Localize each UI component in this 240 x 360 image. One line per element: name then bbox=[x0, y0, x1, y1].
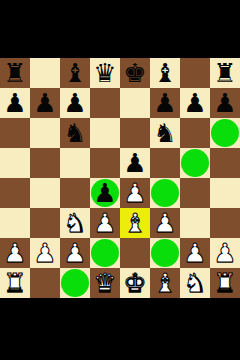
square-c7[interactable]: ♟ bbox=[60, 88, 90, 118]
square-d2[interactable] bbox=[90, 238, 120, 268]
black-knight[interactable]: ♞ bbox=[153, 118, 176, 148]
square-a3[interactable] bbox=[0, 208, 30, 238]
white-pawn[interactable]: ♟ bbox=[33, 238, 56, 268]
square-e7[interactable] bbox=[120, 88, 150, 118]
white-pawn[interactable]: ♟ bbox=[93, 208, 116, 238]
white-pawn[interactable]: ♟ bbox=[213, 238, 236, 268]
square-c5[interactable] bbox=[60, 148, 90, 178]
square-b8[interactable] bbox=[30, 58, 60, 88]
white-pawn[interactable]: ♟ bbox=[63, 238, 86, 268]
square-d3[interactable]: ♟ bbox=[90, 208, 120, 238]
black-pawn[interactable]: ♟ bbox=[153, 88, 176, 118]
square-f5[interactable] bbox=[150, 148, 180, 178]
square-h5[interactable] bbox=[210, 148, 240, 178]
square-g1[interactable]: ♞ bbox=[180, 268, 210, 298]
black-bishop[interactable]: ♝ bbox=[153, 58, 176, 88]
white-king[interactable]: ♚ bbox=[123, 268, 146, 298]
square-e2[interactable] bbox=[120, 238, 150, 268]
chess-app-screen: ♜♝♛♚♝♜♟♟♟♟♟♟♞♞♟♟♟♞♟♝♟♟♟♟♟♟♜♛♚♝♞♜ bbox=[0, 0, 240, 360]
square-a4[interactable] bbox=[0, 178, 30, 208]
square-b2[interactable]: ♟ bbox=[30, 238, 60, 268]
black-pawn[interactable]: ♟ bbox=[33, 88, 56, 118]
legal-move-indicator-c1[interactable] bbox=[61, 269, 89, 297]
black-bishop[interactable]: ♝ bbox=[63, 58, 86, 88]
legal-move-indicator-f2[interactable] bbox=[151, 239, 179, 267]
square-h1[interactable]: ♜ bbox=[210, 268, 240, 298]
black-pawn[interactable]: ♟ bbox=[123, 148, 146, 178]
white-bishop[interactable]: ♝ bbox=[153, 268, 176, 298]
white-queen[interactable]: ♛ bbox=[93, 268, 116, 298]
legal-move-indicator-d2[interactable] bbox=[91, 239, 119, 267]
square-g8[interactable] bbox=[180, 58, 210, 88]
legal-move-indicator-f4[interactable] bbox=[151, 179, 179, 207]
square-d4[interactable]: ♟ bbox=[90, 178, 120, 208]
square-d7[interactable] bbox=[90, 88, 120, 118]
square-b1[interactable] bbox=[30, 268, 60, 298]
black-pawn[interactable]: ♟ bbox=[3, 88, 26, 118]
square-c4[interactable] bbox=[60, 178, 90, 208]
square-c2[interactable]: ♟ bbox=[60, 238, 90, 268]
square-b6[interactable] bbox=[30, 118, 60, 148]
square-f8[interactable]: ♝ bbox=[150, 58, 180, 88]
white-knight[interactable]: ♞ bbox=[63, 208, 86, 238]
white-pawn[interactable]: ♟ bbox=[123, 178, 146, 208]
white-knight[interactable]: ♞ bbox=[183, 268, 206, 298]
white-rook[interactable]: ♜ bbox=[213, 268, 236, 298]
square-h7[interactable]: ♟ bbox=[210, 88, 240, 118]
square-e6[interactable] bbox=[120, 118, 150, 148]
legal-move-indicator-g5[interactable] bbox=[181, 149, 209, 177]
square-b4[interactable] bbox=[30, 178, 60, 208]
square-h6[interactable] bbox=[210, 118, 240, 148]
black-pawn[interactable]: ♟ bbox=[63, 88, 86, 118]
square-c3[interactable]: ♞ bbox=[60, 208, 90, 238]
square-a6[interactable] bbox=[0, 118, 30, 148]
square-b7[interactable]: ♟ bbox=[30, 88, 60, 118]
chess-board: ♜♝♛♚♝♜♟♟♟♟♟♟♞♞♟♟♟♞♟♝♟♟♟♟♟♟♜♛♚♝♞♜ bbox=[0, 58, 240, 298]
square-b3[interactable] bbox=[30, 208, 60, 238]
white-pawn[interactable]: ♟ bbox=[3, 238, 26, 268]
square-d6[interactable] bbox=[90, 118, 120, 148]
square-d8[interactable]: ♛ bbox=[90, 58, 120, 88]
square-f7[interactable]: ♟ bbox=[150, 88, 180, 118]
square-e4[interactable]: ♟ bbox=[120, 178, 150, 208]
square-c1[interactable] bbox=[60, 268, 90, 298]
white-pawn[interactable]: ♟ bbox=[183, 238, 206, 268]
square-d5[interactable] bbox=[90, 148, 120, 178]
black-pawn[interactable]: ♟ bbox=[213, 88, 236, 118]
white-pawn[interactable]: ♟ bbox=[153, 208, 176, 238]
black-rook[interactable]: ♜ bbox=[213, 58, 236, 88]
square-a5[interactable] bbox=[0, 148, 30, 178]
square-e3[interactable]: ♝ bbox=[120, 208, 150, 238]
square-g3[interactable] bbox=[180, 208, 210, 238]
square-h4[interactable] bbox=[210, 178, 240, 208]
white-bishop[interactable]: ♝ bbox=[123, 208, 146, 238]
square-d1[interactable]: ♛ bbox=[90, 268, 120, 298]
square-b5[interactable] bbox=[30, 148, 60, 178]
square-h8[interactable]: ♜ bbox=[210, 58, 240, 88]
black-pawn[interactable]: ♟ bbox=[93, 178, 116, 208]
top-black-bar bbox=[0, 0, 240, 58]
square-h3[interactable] bbox=[210, 208, 240, 238]
square-f1[interactable]: ♝ bbox=[150, 268, 180, 298]
square-e1[interactable]: ♚ bbox=[120, 268, 150, 298]
square-g2[interactable]: ♟ bbox=[180, 238, 210, 268]
square-f6[interactable]: ♞ bbox=[150, 118, 180, 148]
square-f3[interactable]: ♟ bbox=[150, 208, 180, 238]
square-c6[interactable]: ♞ bbox=[60, 118, 90, 148]
square-h2[interactable]: ♟ bbox=[210, 238, 240, 268]
square-e5[interactable]: ♟ bbox=[120, 148, 150, 178]
square-a7[interactable]: ♟ bbox=[0, 88, 30, 118]
square-g5[interactable] bbox=[180, 148, 210, 178]
square-g6[interactable] bbox=[180, 118, 210, 148]
black-pawn[interactable]: ♟ bbox=[183, 88, 206, 118]
square-c8[interactable]: ♝ bbox=[60, 58, 90, 88]
bottom-black-bar bbox=[0, 298, 240, 360]
black-rook[interactable]: ♜ bbox=[3, 58, 26, 88]
square-e8[interactable]: ♚ bbox=[120, 58, 150, 88]
square-f2[interactable] bbox=[150, 238, 180, 268]
square-g4[interactable] bbox=[180, 178, 210, 208]
square-g7[interactable]: ♟ bbox=[180, 88, 210, 118]
square-a1[interactable]: ♜ bbox=[0, 268, 30, 298]
legal-move-indicator-h6[interactable] bbox=[211, 119, 239, 147]
square-f4[interactable] bbox=[150, 178, 180, 208]
black-knight[interactable]: ♞ bbox=[63, 118, 86, 148]
black-queen[interactable]: ♛ bbox=[93, 58, 116, 88]
white-rook[interactable]: ♜ bbox=[3, 268, 26, 298]
square-a8[interactable]: ♜ bbox=[0, 58, 30, 88]
black-king[interactable]: ♚ bbox=[123, 58, 146, 88]
square-a2[interactable]: ♟ bbox=[0, 238, 30, 268]
